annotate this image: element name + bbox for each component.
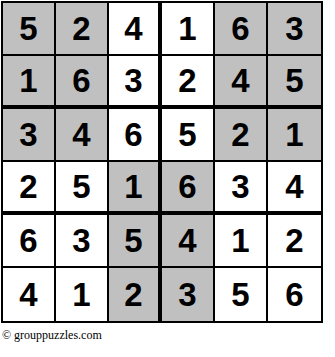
cell-r2c2: 6 (56, 56, 109, 109)
cell-r6c2: 1 (56, 268, 109, 321)
cell-r1c4: 1 (162, 3, 215, 56)
cell-r5c4: 4 (162, 215, 215, 268)
cell-r3c2: 4 (56, 109, 109, 162)
cell-r2c3: 3 (109, 56, 162, 109)
cell-r3c5: 2 (215, 109, 268, 162)
cell-r6c5: 5 (215, 268, 268, 321)
cell-r2c6: 5 (268, 56, 321, 109)
cell-r3c3: 6 (109, 109, 162, 162)
cell-r5c3: 5 (109, 215, 162, 268)
copyright-caption: © grouppuzzles.com (2, 328, 335, 343)
cell-r5c5: 1 (215, 215, 268, 268)
cell-r6c3: 2 (109, 268, 162, 321)
cell-r2c5: 4 (215, 56, 268, 109)
cell-r1c3: 4 (109, 3, 162, 56)
cell-r5c2: 3 (56, 215, 109, 268)
cell-r4c1: 2 (3, 162, 56, 215)
cell-r4c3: 1 (109, 162, 162, 215)
cell-r1c5: 6 (215, 3, 268, 56)
cell-r2c4: 2 (162, 56, 215, 109)
cell-r1c1: 5 (3, 3, 56, 56)
cell-r3c6: 1 (268, 109, 321, 162)
cell-r4c6: 4 (268, 162, 321, 215)
cell-r1c2: 2 (56, 3, 109, 56)
cell-r4c4: 6 (162, 162, 215, 215)
puzzle-page: 524163163245346521251634635412412356 © g… (0, 1, 335, 357)
cell-r5c1: 6 (3, 215, 56, 268)
cell-r1c6: 3 (268, 3, 321, 56)
cell-r3c4: 5 (162, 109, 215, 162)
cell-r6c4: 3 (162, 268, 215, 321)
cell-r4c2: 5 (56, 162, 109, 215)
cell-r6c6: 6 (268, 268, 321, 321)
cell-r4c5: 3 (215, 162, 268, 215)
cell-r3c1: 3 (3, 109, 56, 162)
cell-r6c1: 4 (3, 268, 56, 321)
cell-r5c6: 2 (268, 215, 321, 268)
sudoku-board: 524163163245346521251634635412412356 (1, 1, 323, 323)
cell-r2c1: 1 (3, 56, 56, 109)
